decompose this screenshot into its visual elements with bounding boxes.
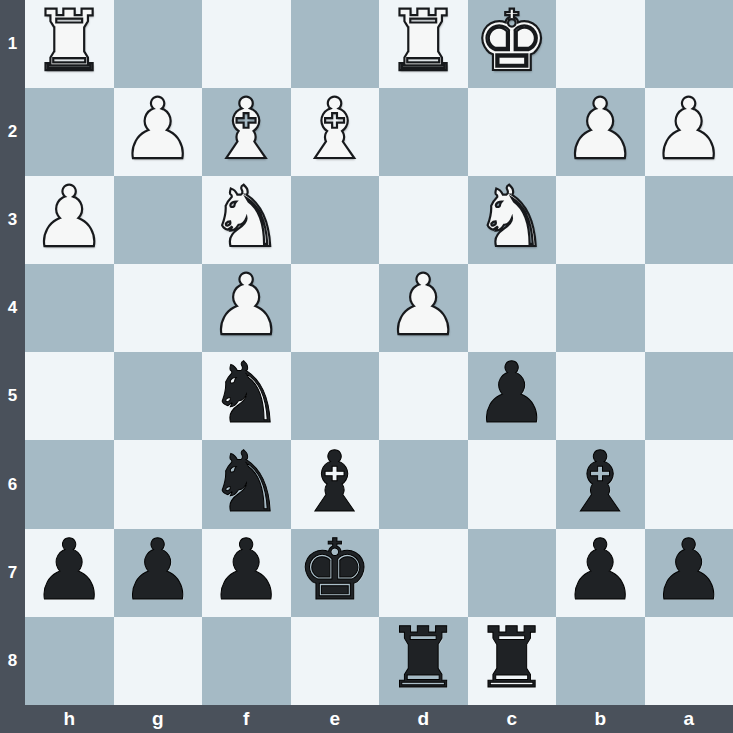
file-label-g: g [114,705,203,733]
square-d4[interactable]: ♟ [379,264,468,352]
square-a1[interactable] [645,0,733,88]
square-c2[interactable] [468,88,557,176]
square-d6[interactable] [379,440,468,528]
square-d1[interactable]: ♜ [379,0,468,88]
file-label-f: f [202,705,291,733]
piece-black-pawn[interactable]: ♟ [120,526,195,614]
piece-black-bishop[interactable]: ♝ [297,438,372,526]
square-a4[interactable] [645,264,733,352]
piece-white-pawn[interactable]: ♟ [209,261,284,349]
file-label-c: c [468,705,557,733]
file-label-h: h [25,705,114,733]
square-f1[interactable] [202,0,291,88]
square-b7[interactable]: ♟ [556,529,645,617]
square-d3[interactable] [379,176,468,264]
piece-white-knight[interactable]: ♞ [474,173,549,261]
file-label-a: a [645,705,733,733]
piece-black-pawn[interactable]: ♟ [209,526,284,614]
square-a3[interactable] [645,176,733,264]
file-label-e: e [291,705,380,733]
square-f3[interactable]: ♞ [202,176,291,264]
square-a5[interactable] [645,352,733,440]
rank-label-6: 6 [0,440,25,528]
square-f2[interactable]: ♝ [202,88,291,176]
piece-black-pawn[interactable]: ♟ [651,526,726,614]
piece-black-pawn[interactable]: ♟ [32,526,107,614]
square-f6[interactable]: ♞ [202,440,291,528]
square-g3[interactable] [114,176,203,264]
square-e5[interactable] [291,352,380,440]
square-d8[interactable]: ♜ [379,617,468,705]
square-b2[interactable]: ♟ [556,88,645,176]
piece-black-knight[interactable]: ♞ [209,349,284,437]
rank-label-2: 2 [0,88,25,176]
square-h1[interactable]: ♜ [25,0,114,88]
square-a8[interactable] [645,617,733,705]
square-c3[interactable]: ♞ [468,176,557,264]
piece-black-bishop[interactable]: ♝ [563,438,638,526]
piece-white-rook[interactable]: ♜ [32,0,107,85]
square-d2[interactable] [379,88,468,176]
piece-black-king[interactable]: ♚ [297,526,372,614]
square-h2[interactable] [25,88,114,176]
square-e7[interactable]: ♚ [291,529,380,617]
square-a2[interactable]: ♟ [645,88,733,176]
file-label-d: d [379,705,468,733]
square-h6[interactable] [25,440,114,528]
square-b4[interactable] [556,264,645,352]
square-e4[interactable] [291,264,380,352]
square-a7[interactable]: ♟ [645,529,733,617]
piece-black-pawn[interactable]: ♟ [563,526,638,614]
square-g7[interactable]: ♟ [114,529,203,617]
square-g6[interactable] [114,440,203,528]
piece-white-rook[interactable]: ♜ [386,0,461,85]
square-b5[interactable] [556,352,645,440]
square-h5[interactable] [25,352,114,440]
square-e6[interactable]: ♝ [291,440,380,528]
piece-black-knight[interactable]: ♞ [209,438,284,526]
piece-white-pawn[interactable]: ♟ [32,173,107,261]
piece-white-knight[interactable]: ♞ [209,173,284,261]
file-label-b: b [556,705,645,733]
piece-black-pawn[interactable]: ♟ [474,349,549,437]
piece-white-pawn[interactable]: ♟ [563,85,638,173]
square-h4[interactable] [25,264,114,352]
square-d5[interactable] [379,352,468,440]
piece-white-pawn[interactable]: ♟ [651,85,726,173]
piece-black-rook[interactable]: ♜ [386,614,461,702]
square-a6[interactable] [645,440,733,528]
piece-white-bishop[interactable]: ♝ [297,85,372,173]
square-c6[interactable] [468,440,557,528]
square-h8[interactable] [25,617,114,705]
square-h3[interactable]: ♟ [25,176,114,264]
square-b6[interactable]: ♝ [556,440,645,528]
square-e8[interactable] [291,617,380,705]
piece-white-pawn[interactable]: ♟ [120,85,195,173]
rank-label-3: 3 [0,176,25,264]
square-f5[interactable]: ♞ [202,352,291,440]
piece-white-bishop[interactable]: ♝ [209,85,284,173]
square-b8[interactable] [556,617,645,705]
square-e2[interactable]: ♝ [291,88,380,176]
square-g5[interactable] [114,352,203,440]
square-c8[interactable]: ♜ [468,617,557,705]
square-h7[interactable]: ♟ [25,529,114,617]
piece-white-pawn[interactable]: ♟ [386,261,461,349]
chess-board: 1♜♜♚2♟♝♝♟♟3♟♞♞4♟♟5♞♟6♞♝♝7♟♟♟♚♟♟8♜♜hgfedc… [0,0,733,733]
square-g2[interactable]: ♟ [114,88,203,176]
square-e3[interactable] [291,176,380,264]
piece-black-rook[interactable]: ♜ [474,614,549,702]
square-e1[interactable] [291,0,380,88]
square-g8[interactable] [114,617,203,705]
square-c1[interactable]: ♚ [468,0,557,88]
square-g4[interactable] [114,264,203,352]
rank-label-7: 7 [0,529,25,617]
rank-label-8: 8 [0,617,25,705]
square-b1[interactable] [556,0,645,88]
square-f7[interactable]: ♟ [202,529,291,617]
square-g1[interactable] [114,0,203,88]
rank-label-1: 1 [0,0,25,88]
square-c5[interactable]: ♟ [468,352,557,440]
square-c4[interactable] [468,264,557,352]
square-d7[interactable] [379,529,468,617]
board-corner [0,705,25,733]
square-b3[interactable] [556,176,645,264]
rank-label-4: 4 [0,264,25,352]
square-f8[interactable] [202,617,291,705]
piece-white-king[interactable]: ♚ [474,0,549,85]
square-f4[interactable]: ♟ [202,264,291,352]
square-c7[interactable] [468,529,557,617]
rank-label-5: 5 [0,352,25,440]
